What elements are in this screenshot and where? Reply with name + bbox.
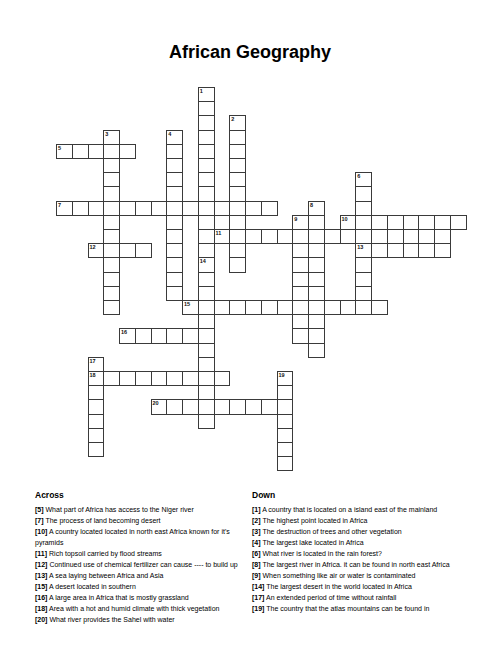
clue-item: [12] Continued use of chemical fertilize… [35,559,248,570]
grid-cell[interactable] [277,414,294,429]
grid-cell[interactable] [198,343,215,358]
grid-cell[interactable] [198,115,215,130]
clue-item: [14] The largest desert in the world loc… [252,581,470,592]
grid-cell[interactable] [198,371,215,386]
grid-cell[interactable] [166,172,183,187]
clue-text: The largest river in Africa. it can be f… [262,561,449,568]
grid-cell[interactable] [418,229,435,244]
grid-cell[interactable] [198,314,215,329]
grid-cell[interactable] [214,371,231,386]
grid-cell[interactable] [198,215,215,230]
grid-cell[interactable] [135,328,152,343]
clue-item: [2] The highest point located in Africa [252,515,470,526]
grid-cell[interactable] [166,371,183,386]
clue-number-label: [19] [252,605,264,612]
grid-cell-numbered[interactable]: 4 [166,130,183,145]
grid-cell[interactable] [292,328,309,343]
clue-item: [3] The destruction of trees and other v… [252,526,470,537]
grid-cell[interactable] [103,186,120,201]
clue-item: [10] A country located located in north … [35,526,248,548]
grid-cell[interactable] [387,215,404,230]
grid-cell[interactable] [229,215,246,230]
grid-cell[interactable] [198,328,215,343]
grid-cell[interactable] [151,328,168,343]
grid-cell[interactable] [450,215,467,230]
grid-cell[interactable] [261,201,278,216]
grid-cell[interactable] [229,144,246,159]
clue-number-label: [1] [252,506,261,513]
grid-cell[interactable] [403,229,420,244]
grid-cell[interactable] [245,300,262,315]
grid-cell[interactable] [119,201,136,216]
grid-cell[interactable] [88,399,105,414]
cell-clue-number: 18 [90,372,96,378]
grid-cell[interactable] [88,201,105,216]
grid-cell[interactable] [308,300,325,315]
clue-text: An extended period of time without rainf… [266,594,396,601]
clue-number-label: [9] [252,572,261,579]
grid-cell[interactable] [308,286,325,301]
cell-clue-number: 11 [216,230,222,236]
grid-cell[interactable] [103,215,120,230]
cell-clue-number: 12 [90,244,96,250]
grid-cell-numbered[interactable]: 20 [151,399,168,414]
clue-number-label: [10] [35,528,47,535]
clue-text: Continued use of chemical fertilizer can… [49,561,237,568]
grid-cell[interactable] [355,272,372,287]
across-clues-column: Across [5] What part of Africa has acces… [35,490,248,625]
cell-clue-number: 7 [58,202,61,208]
grid-cell[interactable] [166,286,183,301]
grid-cell[interactable] [198,399,215,414]
grid-cell[interactable] [229,158,246,173]
clue-number-label: [4] [252,539,261,546]
grid-cell[interactable] [355,257,372,272]
grid-cell[interactable] [371,229,388,244]
grid-cell[interactable] [119,243,136,258]
grid-cell[interactable] [355,186,372,201]
grid-cell[interactable] [88,385,105,400]
down-clues-column: Down [1] A country that is located on a … [252,490,470,614]
grid-cell[interactable] [229,130,246,145]
grid-cell[interactable] [72,144,89,159]
grid-cell[interactable] [229,243,246,258]
grid-cell[interactable] [103,243,120,258]
grid-cell-numbered[interactable]: 10 [340,215,357,230]
clue-text: The destruction of trees and other veget… [262,528,401,535]
clue-number-label: [12] [35,561,47,568]
grid-cell[interactable] [277,442,294,457]
grid-cell[interactable] [340,300,357,315]
clue-number-label: [16] [35,594,47,601]
grid-cell[interactable] [135,243,152,258]
grid-cell[interactable] [135,201,152,216]
clue-item: [20] What river provides the Sahel with … [35,614,248,625]
grid-cell[interactable] [308,243,325,258]
grid-cell[interactable] [245,399,262,414]
down-header: Down [252,490,470,501]
clue-item: [4] The largest lake located in Africa [252,537,470,548]
grid-cell[interactable] [103,286,120,301]
grid-cell[interactable] [308,229,325,244]
grid-cell[interactable] [308,343,325,358]
clue-number-label: [11] [35,550,47,557]
grid-cell-numbered[interactable]: 19 [277,371,294,386]
grid-cell[interactable] [371,215,388,230]
grid-cell[interactable] [229,399,246,414]
grid-cell[interactable] [292,243,309,258]
grid-cell[interactable] [308,215,325,230]
grid-cell[interactable] [292,229,309,244]
grid-cell[interactable] [418,215,435,230]
clue-item: [19] The country that the atlas mountain… [252,603,470,614]
grid-cell[interactable] [229,257,246,272]
grid-cell[interactable] [229,229,246,244]
grid-cell[interactable] [166,215,183,230]
grid-cell[interactable] [166,158,183,173]
grid-cell[interactable] [261,229,278,244]
grid-cell[interactable] [166,201,183,216]
grid-cell-numbered[interactable]: 16 [119,328,136,343]
clue-item: [15] A desert located in southern [35,581,248,592]
grid-cell[interactable] [88,428,105,443]
grid-cell[interactable] [277,300,294,315]
grid-cell[interactable] [166,186,183,201]
grid-cell[interactable] [198,414,215,429]
grid-cell[interactable] [198,172,215,187]
grid-cell-numbered[interactable]: 11 [214,229,231,244]
grid-cell[interactable] [88,414,105,429]
grid-cell[interactable] [166,229,183,244]
cell-clue-number: 13 [357,244,363,250]
grid-cell-numbered[interactable]: 1 [198,87,215,102]
grid-cell[interactable] [103,144,120,159]
grid-cell[interactable] [229,300,246,315]
clue-text: When something like air or water is cont… [263,572,416,579]
clue-number-label: [14] [252,583,264,590]
grid-cell[interactable] [151,371,168,386]
grid-cell[interactable] [166,243,183,258]
cell-clue-number: 9 [294,216,297,222]
grid-cell[interactable] [198,186,215,201]
grid-cell[interactable] [371,243,388,258]
grid-cell[interactable] [198,201,215,216]
grid-cell-numbered[interactable]: 8 [308,201,325,216]
grid-cell[interactable] [418,243,435,258]
grid-cell[interactable] [103,272,120,287]
grid-cell[interactable] [198,272,215,287]
grid-cell[interactable] [214,201,231,216]
grid-cell[interactable] [324,300,341,315]
grid-cell[interactable] [308,328,325,343]
clue-item: [11] Rich topsoil carried by flood strea… [35,548,248,559]
grid-cell[interactable] [135,371,152,386]
grid-cell[interactable] [308,257,325,272]
grid-cell[interactable] [292,257,309,272]
grid-cell[interactable] [261,399,278,414]
clue-item: [9] When something like air or water is … [252,570,470,581]
grid-cell[interactable] [324,229,341,244]
grid-cell-numbered[interactable]: 13 [355,243,372,258]
grid-cell[interactable] [292,286,309,301]
clue-text: Rich topsoil carried by flood streams [49,550,162,557]
clue-text: The country that the atlas mountains can… [266,605,429,612]
grid-cell-numbered[interactable]: 15 [182,300,199,315]
grid-cell[interactable] [198,144,215,159]
cell-clue-number: 6 [357,173,360,179]
grid-cell-numbered[interactable]: 3 [103,130,120,145]
clue-text: A sea laying between Africa and Asia [49,572,163,579]
cell-clue-number: 2 [231,116,234,122]
grid-cell[interactable] [182,328,199,343]
clue-number-label: [18] [35,605,47,612]
grid-cell[interactable] [88,144,105,159]
grid-cell[interactable] [434,215,451,230]
clue-text: A country located located in north east … [35,528,230,546]
grid-cell[interactable] [403,215,420,230]
clue-item: [13] A sea laying between Africa and Asi… [35,570,248,581]
cell-clue-number: 3 [105,131,108,137]
grid-cell[interactable] [355,286,372,301]
clue-text: What river provides the Sahel with water [49,616,174,623]
grid-cell[interactable] [214,300,231,315]
grid-cell[interactable] [198,357,215,372]
grid-cell[interactable] [182,399,199,414]
grid-cell[interactable] [434,243,451,258]
cell-clue-number: 10 [342,216,348,222]
clue-text: A desert located in southern [49,583,136,590]
grid-cell[interactable] [166,399,183,414]
grid-cell[interactable] [103,172,120,187]
grid-cell[interactable] [166,328,183,343]
grid-cell-numbered[interactable]: 17 [88,357,105,372]
grid-cell[interactable] [119,144,136,159]
cell-clue-number: 17 [90,358,96,364]
page-root: African Geography 1234561378910111214151… [0,0,500,647]
clue-item: [18] Area with a hot and humid climate w… [35,603,248,614]
grid-cell[interactable] [277,385,294,400]
grid-cell-numbered[interactable]: 18 [88,371,105,386]
grid-cell[interactable] [198,286,215,301]
across-header: Across [35,490,248,501]
grid-cell[interactable] [371,300,388,315]
clue-text: The largest lake located in Africa [262,539,363,546]
cell-clue-number: 5 [58,145,61,151]
grid-cell[interactable] [166,257,183,272]
grid-cell[interactable] [387,243,404,258]
grid-cell[interactable] [103,158,120,173]
cell-clue-number: 20 [153,400,159,406]
clue-number-label: [7] [35,517,44,524]
grid-cell[interactable] [214,399,231,414]
cell-clue-number: 14 [200,258,206,264]
grid-cell[interactable] [103,257,120,272]
cell-clue-number: 19 [279,372,285,378]
grid-cell[interactable] [355,229,372,244]
grid-cell[interactable] [198,101,215,116]
grid-cell[interactable] [277,399,294,414]
grid-cell[interactable] [229,201,246,216]
clue-number-label: [15] [35,583,47,590]
cell-clue-number: 15 [184,301,190,307]
clue-number-label: [20] [35,616,47,623]
cell-clue-number: 8 [310,202,313,208]
cell-clue-number: 4 [168,131,171,137]
clue-text: The highest point located in Africa [262,517,367,524]
clue-number-label: [6] [252,550,261,557]
grid-cell[interactable] [229,172,246,187]
clue-text: The largest desert in the world located … [266,583,412,590]
grid-cell-numbered[interactable]: 6 [355,172,372,187]
grid-cell[interactable] [198,229,215,244]
grid-cell[interactable] [387,229,404,244]
clue-text: A large area in Africa that is mostly gr… [49,594,189,601]
grid-cell[interactable] [103,300,120,315]
grid-cell-numbered[interactable]: 2 [229,115,246,130]
clue-number-label: [5] [35,506,44,513]
clue-number-label: [17] [252,594,264,601]
grid-cell[interactable] [292,300,309,315]
grid-cell-numbered[interactable]: 7 [56,201,73,216]
cell-clue-number: 16 [121,329,127,335]
grid-cell[interactable] [261,300,278,315]
clue-item: [1] A country that is located on a islan… [252,504,470,515]
grid-cell[interactable] [229,186,246,201]
grid-cell[interactable] [277,428,294,443]
clue-text: Area with a hot and humid climate with t… [49,605,219,612]
grid-cell[interactable] [72,201,89,216]
grid-cell[interactable] [166,272,183,287]
grid-cell[interactable] [198,158,215,173]
grid-cell-numbered[interactable]: 12 [88,243,105,258]
clue-text: The process of land becoming desert [45,517,160,524]
grid-cell[interactable] [292,314,309,329]
grid-cell[interactable] [103,371,120,386]
grid-cell[interactable] [198,243,215,258]
grid-cell[interactable] [308,272,325,287]
grid-cell-numbered[interactable]: 14 [198,257,215,272]
clue-item: [6] What river is located in the rain fo… [252,548,470,559]
grid-cell[interactable] [151,201,168,216]
cell-clue-number: 1 [200,88,203,94]
clue-number-label: [13] [35,572,47,579]
grid-cell[interactable] [434,229,451,244]
grid-cell[interactable] [403,243,420,258]
grid-cell[interactable] [355,300,372,315]
grid-cell[interactable] [103,201,120,216]
crossword-grid: 1234561378910111214151617181920 [0,0,500,490]
grid-cell-numbered[interactable]: 9 [292,215,309,230]
grid-cell[interactable] [292,272,309,287]
clue-item: [16] A large area in Africa that is most… [35,592,248,603]
grid-cell[interactable] [103,229,120,244]
grid-cell[interactable] [198,300,215,315]
grid-cell[interactable] [340,229,357,244]
grid-cell[interactable] [182,371,199,386]
grid-cell[interactable] [182,201,199,216]
clue-item: [8] The largest river in Africa. it can … [252,559,470,570]
grid-cell[interactable] [308,314,325,329]
grid-cell[interactable] [245,229,262,244]
grid-cell[interactable] [166,144,183,159]
clue-number-label: [8] [252,561,261,568]
grid-cell[interactable] [355,215,372,230]
clue-text: A country that is located on a island ea… [262,506,437,513]
grid-cell[interactable] [245,201,262,216]
grid-cell[interactable] [119,371,136,386]
clue-text: What river is located in the rain forest… [263,550,382,557]
grid-cell[interactable] [198,130,215,145]
clue-item: [5] What part of Africa has access to th… [35,504,248,515]
clue-number-label: [2] [252,517,261,524]
grid-cell[interactable] [277,229,294,244]
clue-item: [7] The process of land becoming desert [35,515,248,526]
clue-text: What part of Africa has access to the Ni… [46,506,194,513]
clue-item: [17] An extended period of time without … [252,592,470,603]
clue-number-label: [3] [252,528,261,535]
grid-cell-numbered[interactable]: 5 [56,144,73,159]
grid-cell[interactable] [198,385,215,400]
grid-cell[interactable] [277,456,294,471]
grid-cell[interactable] [88,442,105,457]
grid-cell[interactable] [355,201,372,216]
